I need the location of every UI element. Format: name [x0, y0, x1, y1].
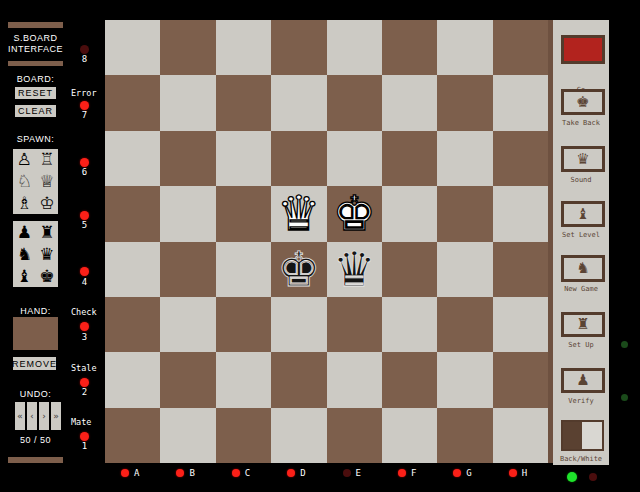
- redo-step-button[interactable]: ›: [39, 402, 49, 430]
- file-led-h: [509, 469, 517, 477]
- undo-step-back-button[interactable]: ‹: [27, 402, 37, 430]
- square-c7[interactable]: [216, 75, 271, 130]
- sound-button[interactable]: ♛: [561, 146, 605, 172]
- black-king-icon[interactable]: ♚: [39, 266, 54, 287]
- square-h7[interactable]: [493, 75, 548, 130]
- go-button[interactable]: [561, 35, 605, 64]
- set-up-button[interactable]: ♜: [561, 312, 605, 337]
- square-h8[interactable]: [493, 20, 548, 75]
- square-f4[interactable]: [382, 242, 437, 297]
- square-b7[interactable]: [160, 75, 215, 130]
- rank-led-5: [80, 211, 89, 220]
- rank-led-6: [80, 158, 89, 167]
- file-led-g: [453, 469, 461, 477]
- sound-label: Sound: [553, 176, 609, 184]
- stale-status-label: Stale: [71, 363, 97, 373]
- square-f7[interactable]: [382, 75, 437, 130]
- rank-label-1: 1: [79, 441, 90, 451]
- square-c1[interactable]: [216, 408, 271, 463]
- square-g3[interactable]: [437, 297, 492, 352]
- verify-button[interactable]: ♟: [561, 368, 605, 393]
- spawn-palette-black: ♟ ♜ ♞ ♛ ♝ ♚: [13, 221, 58, 287]
- square-g7[interactable]: [437, 75, 492, 130]
- square-a4[interactable]: [105, 242, 160, 297]
- rank-label-4: 4: [79, 277, 90, 287]
- square-f2[interactable]: [382, 352, 437, 407]
- back-white-button[interactable]: [561, 420, 604, 451]
- white-knight-icon[interactable]: ♘: [17, 171, 32, 192]
- square-c5[interactable]: [216, 186, 271, 241]
- square-g6[interactable]: [437, 131, 492, 186]
- spawn-palette-white: ♙ ♖ ♘ ♕ ♗ ♔: [13, 149, 58, 214]
- square-a7[interactable]: [105, 75, 160, 130]
- file-g: G: [437, 466, 492, 480]
- rank-label-7: 7: [79, 110, 90, 120]
- rank-led-3: [80, 322, 89, 331]
- file-label-c: C: [245, 468, 250, 478]
- square-b4[interactable]: [160, 242, 215, 297]
- square-g4[interactable]: [437, 242, 492, 297]
- white-queen-icon[interactable]: ♕: [39, 171, 54, 192]
- square-e7[interactable]: [327, 75, 382, 130]
- square-f6[interactable]: [382, 131, 437, 186]
- title-accent-bar: [8, 61, 63, 66]
- file-led-d: [287, 469, 295, 477]
- mate-status-label: Mate: [71, 417, 91, 427]
- set-level-button[interactable]: ♝: [561, 201, 605, 227]
- hand-slot[interactable]: [13, 317, 58, 350]
- square-a1[interactable]: [105, 408, 160, 463]
- file-f: F: [382, 466, 437, 480]
- square-h5[interactable]: [493, 186, 548, 241]
- black-bishop-icon[interactable]: ♝: [17, 266, 32, 287]
- square-c6[interactable]: [216, 131, 271, 186]
- file-label-e: E: [356, 468, 361, 478]
- bottom-accent-bar: [8, 457, 63, 463]
- white-pawn-icon[interactable]: ♙: [17, 149, 32, 170]
- file-h: H: [493, 466, 548, 480]
- square-e5[interactable]: ♚: [327, 186, 382, 241]
- black-rook-icon[interactable]: ♜: [39, 222, 54, 243]
- square-b2[interactable]: [160, 352, 215, 407]
- file-led-c: [232, 469, 240, 477]
- square-f8[interactable]: [382, 20, 437, 75]
- black-queen[interactable]: ♛: [333, 242, 376, 297]
- file-led-f: [398, 469, 406, 477]
- square-c2[interactable]: [216, 352, 271, 407]
- black-king[interactable]: ♚: [277, 242, 320, 297]
- file-led-a: [121, 469, 129, 477]
- square-g1[interactable]: [437, 408, 492, 463]
- board-section-label: BOARD:: [8, 74, 63, 84]
- square-a2[interactable]: [105, 352, 160, 407]
- square-c3[interactable]: [216, 297, 271, 352]
- rank-led-4: [80, 267, 89, 276]
- rank-led-1: [80, 432, 89, 441]
- two-tone-square-icon: [563, 422, 582, 449]
- square-e3[interactable]: [327, 297, 382, 352]
- file-label-h: H: [522, 468, 527, 478]
- white-king[interactable]: ♚: [333, 186, 376, 241]
- undo-rewind-full-button[interactable]: «: [15, 402, 25, 430]
- file-d: D: [271, 466, 326, 480]
- square-b5[interactable]: [160, 186, 215, 241]
- rank-label-2: 2: [79, 387, 90, 397]
- redo-forward-full-button[interactable]: »: [51, 402, 61, 430]
- spawn-section-label: SPAWN:: [8, 134, 63, 144]
- take-back-button[interactable]: ♚: [561, 89, 605, 115]
- square-b6[interactable]: [160, 131, 215, 186]
- black-pawn-icon[interactable]: ♟: [17, 222, 32, 243]
- square-h6[interactable]: [493, 131, 548, 186]
- chess-board[interactable]: ♛♚♚♛: [105, 20, 548, 463]
- square-b8[interactable]: [160, 20, 215, 75]
- rank-label-8: 8: [79, 54, 90, 64]
- set-up-status-led: [621, 341, 628, 348]
- square-a6[interactable]: [105, 131, 160, 186]
- square-c8[interactable]: [216, 20, 271, 75]
- square-e1[interactable]: [327, 408, 382, 463]
- file-led-b: [176, 469, 184, 477]
- square-h4[interactable]: [493, 242, 548, 297]
- square-g2[interactable]: [437, 352, 492, 407]
- rank-led-7: [80, 101, 89, 110]
- square-c4[interactable]: [216, 242, 271, 297]
- file-c: C: [216, 466, 271, 480]
- square-d1[interactable]: [271, 408, 326, 463]
- bishop-icon: ♝: [576, 207, 589, 222]
- file-e: E: [327, 466, 382, 480]
- square-h3[interactable]: [493, 297, 548, 352]
- control-panel: Go ♚ Take Back ♛ Sound ♝ Set Level ♞ New…: [553, 20, 609, 465]
- square-a8[interactable]: [105, 20, 160, 75]
- rank-led-8: [80, 45, 89, 54]
- reset-button[interactable]: RESET: [15, 87, 56, 99]
- square-d2[interactable]: [271, 352, 326, 407]
- rook-icon: ♜: [576, 317, 589, 332]
- clear-button[interactable]: CLEAR: [15, 105, 56, 117]
- file-label-g: G: [466, 468, 471, 478]
- square-h1[interactable]: [493, 408, 548, 463]
- file-b: B: [160, 466, 215, 480]
- square-b3[interactable]: [160, 297, 215, 352]
- white-queen[interactable]: ♛: [277, 186, 320, 241]
- rank-label-6: 6: [79, 167, 90, 177]
- take-back-label: Take Back: [553, 119, 609, 127]
- file-label-d: D: [300, 468, 305, 478]
- black-knight-icon[interactable]: ♞: [17, 244, 32, 265]
- queen-icon: ♛: [576, 152, 589, 167]
- undo-section-label: UNDO:: [8, 389, 63, 399]
- file-label-f: F: [411, 468, 416, 478]
- square-b1[interactable]: [160, 408, 215, 463]
- file-label-a: A: [134, 468, 139, 478]
- new-game-label: New Game: [553, 285, 609, 293]
- white-rook-icon[interactable]: ♖: [39, 149, 54, 170]
- king-icon: ♚: [576, 95, 589, 110]
- square-e6[interactable]: [327, 131, 382, 186]
- square-e2[interactable]: [327, 352, 382, 407]
- black-queen-icon[interactable]: ♛: [39, 244, 54, 265]
- file-a: A: [105, 466, 160, 480]
- square-d6[interactable]: [271, 131, 326, 186]
- app-title-line1: S.BOARD: [8, 33, 63, 43]
- app-title-line2: INTERFACE: [8, 44, 63, 54]
- square-f5[interactable]: [382, 186, 437, 241]
- chess-computer-interface: S.BOARD INTERFACE BOARD: RESET CLEAR SPA…: [0, 0, 640, 492]
- verify-label: Verify: [553, 397, 609, 405]
- undo-controls: « ‹ › »: [15, 402, 61, 430]
- set-up-label: Set Up: [553, 341, 609, 349]
- power-led: [567, 472, 577, 482]
- square-a3[interactable]: [105, 297, 160, 352]
- undo-counter: 50 / 50: [8, 435, 63, 445]
- square-f3[interactable]: [382, 297, 437, 352]
- remove-button[interactable]: REMOVE: [13, 357, 56, 370]
- aux-status-led: [589, 473, 597, 481]
- new-game-button[interactable]: ♞: [561, 255, 605, 282]
- square-d3[interactable]: [271, 297, 326, 352]
- square-g8[interactable]: [437, 20, 492, 75]
- square-f1[interactable]: [382, 408, 437, 463]
- back-white-label: Back/White: [553, 455, 609, 463]
- knight-icon: ♞: [576, 261, 589, 276]
- square-a5[interactable]: [105, 186, 160, 241]
- hand-section-label: HAND:: [8, 306, 63, 316]
- square-g5[interactable]: [437, 186, 492, 241]
- file-led-e: [343, 469, 351, 477]
- pawn-icon: ♟: [576, 373, 589, 388]
- white-bishop-icon[interactable]: ♗: [17, 193, 32, 214]
- rank-label-5: 5: [79, 220, 90, 230]
- square-d5[interactable]: ♛: [271, 186, 326, 241]
- top-accent-bar: [8, 22, 63, 28]
- white-king-icon[interactable]: ♔: [39, 193, 54, 214]
- rank-label-3: 3: [79, 332, 90, 342]
- square-e8[interactable]: [327, 20, 382, 75]
- set-level-label: Set Level: [553, 231, 609, 239]
- check-status-label: Check: [71, 307, 97, 317]
- file-coordinates: ABCDEFGH: [105, 466, 548, 480]
- square-h2[interactable]: [493, 352, 548, 407]
- square-d8[interactable]: [271, 20, 326, 75]
- error-status-label: Error: [71, 88, 97, 98]
- verify-status-led: [621, 394, 628, 401]
- square-d7[interactable]: [271, 75, 326, 130]
- square-d4[interactable]: ♚: [271, 242, 326, 297]
- rank-led-2: [80, 378, 89, 387]
- square-e4[interactable]: ♛: [327, 242, 382, 297]
- file-label-b: B: [189, 468, 194, 478]
